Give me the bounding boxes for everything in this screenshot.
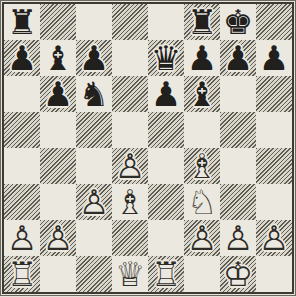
square-b5[interactable] [40, 112, 76, 148]
square-a3[interactable] [4, 184, 40, 220]
white-pawn [4, 220, 40, 256]
square-h1[interactable] [256, 256, 292, 292]
black-pawn [76, 40, 112, 76]
square-b2[interactable] [40, 220, 76, 256]
square-a4[interactable] [4, 148, 40, 184]
white-pawn [184, 220, 220, 256]
square-d7[interactable] [112, 40, 148, 76]
square-a6[interactable] [4, 76, 40, 112]
white-bishop [112, 184, 148, 220]
square-d4[interactable] [112, 148, 148, 184]
square-h4[interactable] [256, 148, 292, 184]
black-bishop [40, 40, 76, 76]
white-rook [148, 256, 184, 292]
square-d2[interactable] [112, 220, 148, 256]
square-f2[interactable] [184, 220, 220, 256]
black-pawn [256, 40, 292, 76]
square-h2[interactable] [256, 220, 292, 256]
square-g2[interactable] [220, 220, 256, 256]
black-pawn [220, 40, 256, 76]
square-e8[interactable] [148, 4, 184, 40]
square-e6[interactable] [148, 76, 184, 112]
square-e1[interactable] [148, 256, 184, 292]
square-c3[interactable] [76, 184, 112, 220]
square-e2[interactable] [148, 220, 184, 256]
black-pawn [40, 76, 76, 112]
square-e7[interactable] [148, 40, 184, 76]
square-b8[interactable] [40, 4, 76, 40]
square-c5[interactable] [76, 112, 112, 148]
black-rook [184, 4, 220, 40]
square-f3[interactable] [184, 184, 220, 220]
white-bishop [184, 148, 220, 184]
square-h3[interactable] [256, 184, 292, 220]
white-rook [4, 256, 40, 292]
black-pawn [4, 40, 40, 76]
square-c6[interactable] [76, 76, 112, 112]
square-c1[interactable] [76, 256, 112, 292]
black-queen [148, 40, 184, 76]
square-b3[interactable] [40, 184, 76, 220]
square-e3[interactable] [148, 184, 184, 220]
square-g1[interactable] [220, 256, 256, 292]
white-queen [112, 256, 148, 292]
square-b7[interactable] [40, 40, 76, 76]
square-c4[interactable] [76, 148, 112, 184]
square-b4[interactable] [40, 148, 76, 184]
black-pawn [148, 76, 184, 112]
square-g5[interactable] [220, 112, 256, 148]
square-f6[interactable] [184, 76, 220, 112]
black-pawn [184, 40, 220, 76]
white-pawn [40, 220, 76, 256]
square-a5[interactable] [4, 112, 40, 148]
square-d3[interactable] [112, 184, 148, 220]
diagram-frame [0, 0, 296, 296]
square-d5[interactable] [112, 112, 148, 148]
white-pawn [256, 220, 292, 256]
square-h7[interactable] [256, 40, 292, 76]
white-pawn [76, 184, 112, 220]
square-b1[interactable] [40, 256, 76, 292]
square-g3[interactable] [220, 184, 256, 220]
square-h8[interactable] [256, 4, 292, 40]
white-pawn [112, 148, 148, 184]
square-f4[interactable] [184, 148, 220, 184]
square-f5[interactable] [184, 112, 220, 148]
square-c8[interactable] [76, 4, 112, 40]
black-knight [76, 76, 112, 112]
chess-board [2, 2, 294, 294]
square-g7[interactable] [220, 40, 256, 76]
square-h5[interactable] [256, 112, 292, 148]
white-knight [184, 184, 220, 220]
square-a1[interactable] [4, 256, 40, 292]
white-king [220, 256, 256, 292]
square-f7[interactable] [184, 40, 220, 76]
square-f8[interactable] [184, 4, 220, 40]
square-g4[interactable] [220, 148, 256, 184]
square-e5[interactable] [148, 112, 184, 148]
square-c7[interactable] [76, 40, 112, 76]
square-h6[interactable] [256, 76, 292, 112]
square-d1[interactable] [112, 256, 148, 292]
square-g8[interactable] [220, 4, 256, 40]
square-d6[interactable] [112, 76, 148, 112]
square-f1[interactable] [184, 256, 220, 292]
white-pawn [220, 220, 256, 256]
black-king [220, 4, 256, 40]
square-c2[interactable] [76, 220, 112, 256]
square-a8[interactable] [4, 4, 40, 40]
black-rook [4, 4, 40, 40]
square-a7[interactable] [4, 40, 40, 76]
square-a2[interactable] [4, 220, 40, 256]
square-b6[interactable] [40, 76, 76, 112]
square-e4[interactable] [148, 148, 184, 184]
square-g6[interactable] [220, 76, 256, 112]
black-bishop [184, 76, 220, 112]
square-d8[interactable] [112, 4, 148, 40]
